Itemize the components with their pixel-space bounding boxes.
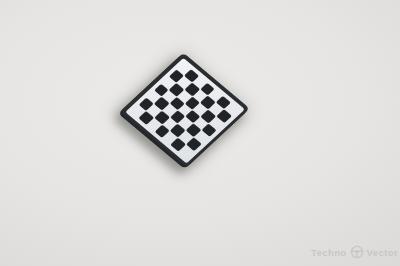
calibration-chessboard [120,53,250,168]
watermark-text-techno: Techno [311,247,346,258]
steering-wheel-icon [350,245,364,259]
checkerboard-grid [131,62,239,157]
board-face [125,57,245,163]
watermark: Techno Vector [311,245,398,259]
product-photo-background: Techno Vector [0,0,400,266]
watermark-text-vector: Vector [367,247,398,258]
